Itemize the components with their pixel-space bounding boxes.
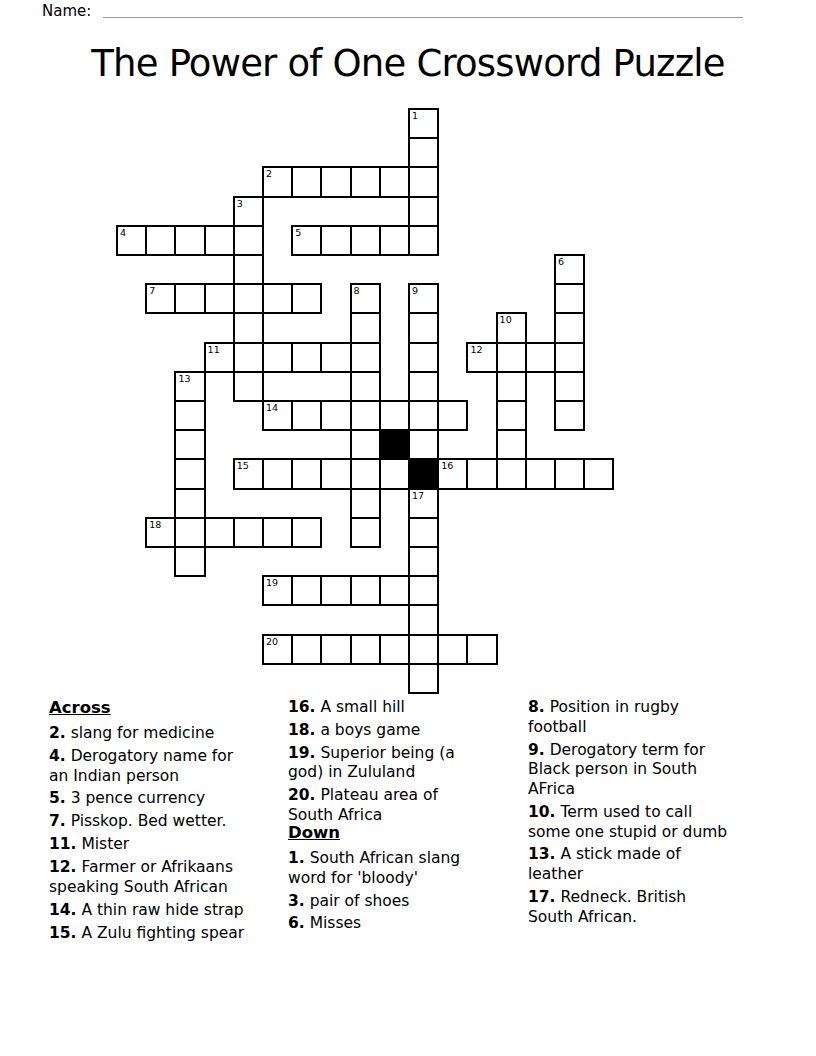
grid-cell[interactable]: [204, 517, 235, 548]
clue-text: Pisskop. Bed wetter.: [71, 812, 227, 830]
clue-number: 11.: [49, 835, 76, 853]
clue-text: Misses: [310, 914, 361, 932]
grid-cell[interactable]: [291, 400, 322, 431]
grid-cell[interactable]: [408, 196, 439, 227]
clue-number: 6.: [288, 914, 305, 932]
grid-cell[interactable]: [350, 634, 381, 665]
cell-number: 12: [470, 344, 482, 356]
grid-cell[interactable]: [291, 634, 322, 665]
clue-number: 1.: [288, 849, 305, 867]
grid-cell[interactable]: [350, 225, 381, 256]
clue-5: 5. 3 pence currency: [49, 789, 289, 809]
grid-cell[interactable]: [379, 166, 410, 197]
clue-text: pair of shoes: [310, 892, 410, 910]
grid-cell[interactable]: 3: [233, 196, 264, 227]
clue-20: 20. Plateau area of South Africa: [288, 786, 516, 825]
cell-number: 13: [178, 373, 190, 385]
grid-cell[interactable]: 9: [408, 283, 439, 314]
clue-text: Farmer or Afrikaans speaking South Afric…: [49, 858, 233, 896]
grid-cell[interactable]: [350, 575, 381, 606]
grid-cell[interactable]: [408, 575, 439, 606]
cell-number: 15: [237, 460, 249, 472]
crossword-grid: 1234567891011121314151617181920: [116, 108, 613, 693]
cell-number: 9: [412, 285, 418, 297]
clue-column-1: Across2. slang for medicine4. Derogatory…: [49, 698, 289, 947]
grid-cell[interactable]: [320, 575, 351, 606]
cell-number: 20: [266, 636, 278, 648]
clue-3: 3. pair of shoes: [288, 892, 516, 912]
cell-number: 17: [412, 490, 424, 502]
clue-text: A thin raw hide strap: [81, 901, 243, 919]
cell-number: 1: [412, 110, 418, 122]
clue-8: 8. Position in rugby football: [528, 698, 778, 737]
cell-number: 19: [266, 577, 278, 589]
grid-cell[interactable]: [379, 634, 410, 665]
clue-number: 8.: [528, 698, 545, 716]
cell-number: 3: [237, 198, 243, 210]
grid-cell[interactable]: [350, 166, 381, 197]
grid-cell[interactable]: [233, 312, 264, 343]
clue-text: Derogatory term for Black person in Sout…: [528, 741, 705, 798]
across-header: Across: [49, 698, 289, 718]
name-blank-line[interactable]: [103, 1, 743, 18]
grid-cell[interactable]: [408, 400, 439, 431]
grid-cell[interactable]: [379, 458, 410, 489]
clue-10: 10. Term used to call some one stupid or…: [528, 803, 778, 842]
grid-cell[interactable]: 20: [262, 634, 293, 665]
grid-cell[interactable]: [233, 283, 264, 314]
clue-column-2: 16. A small hill18. a boys game19. Super…: [288, 698, 516, 937]
grid-cell[interactable]: 19: [262, 575, 293, 606]
cell-number: 6: [558, 256, 564, 268]
grid-cell[interactable]: 4: [116, 225, 147, 256]
clue-7: 7. Pisskop. Bed wetter.: [49, 812, 289, 832]
grid-cell[interactable]: [437, 634, 468, 665]
clue-12: 12. Farmer or Afrikaans speaking South A…: [49, 858, 289, 897]
grid-cell[interactable]: [554, 342, 585, 373]
grid-cell[interactable]: [554, 312, 585, 343]
grid-cell[interactable]: [320, 166, 351, 197]
clue-15: 15. A Zulu fighting spear: [49, 924, 289, 944]
grid-cell[interactable]: [350, 371, 381, 402]
grid-cell[interactable]: [408, 225, 439, 256]
cell-number: 16: [441, 460, 453, 472]
clue-number: 20.: [288, 786, 315, 804]
grid-cell[interactable]: 14: [262, 400, 293, 431]
grid-cell[interactable]: [408, 546, 439, 577]
grid-cell[interactable]: [583, 458, 614, 489]
grid-cell[interactable]: [174, 517, 205, 548]
clue-6: 6. Misses: [288, 914, 516, 934]
grid-cell[interactable]: 18: [145, 517, 176, 548]
grid-cell[interactable]: [174, 225, 205, 256]
clue-number: 12.: [49, 858, 76, 876]
grid-cell[interactable]: [525, 458, 556, 489]
grid-cell[interactable]: [496, 342, 527, 373]
grid-cell[interactable]: [204, 283, 235, 314]
clue-number: 16.: [288, 698, 315, 716]
grid-cell[interactable]: 16: [437, 458, 468, 489]
grid-cell[interactable]: [408, 604, 439, 635]
clue-number: 5.: [49, 789, 66, 807]
clue-18: 18. a boys game: [288, 721, 516, 741]
grid-cell[interactable]: 13: [174, 371, 205, 402]
cell-number: 2: [266, 168, 272, 180]
grid-cell[interactable]: [233, 254, 264, 285]
grid-cell[interactable]: [350, 342, 381, 373]
clue-number: 10.: [528, 803, 555, 821]
grid-cell[interactable]: [525, 342, 556, 373]
cell-number: 10: [500, 314, 512, 326]
grid-cell[interactable]: [291, 517, 322, 548]
clue-14: 14. A thin raw hide strap: [49, 901, 289, 921]
grid-cell[interactable]: [350, 312, 381, 343]
name-label: Name:: [42, 3, 91, 20]
grid-cell[interactable]: [174, 546, 205, 577]
grid-cell[interactable]: [204, 225, 235, 256]
grid-cell[interactable]: [174, 488, 205, 519]
grid-cell[interactable]: [554, 400, 585, 431]
grid-cell[interactable]: [291, 283, 322, 314]
grid-cell[interactable]: [350, 429, 381, 460]
grid-cell[interactable]: 11: [204, 342, 235, 373]
grid-cell-block: [408, 458, 439, 489]
grid-cell[interactable]: [262, 517, 293, 548]
grid-cell[interactable]: [408, 166, 439, 197]
clue-text: 3 pence currency: [71, 789, 206, 807]
grid-cell[interactable]: [554, 283, 585, 314]
grid-cell[interactable]: [350, 488, 381, 519]
grid-cell[interactable]: [174, 458, 205, 489]
grid-cell[interactable]: [320, 458, 351, 489]
grid-cell[interactable]: 5: [291, 225, 322, 256]
clue-number: 18.: [288, 721, 315, 739]
cell-number: 14: [266, 402, 278, 414]
grid-cell[interactable]: [233, 371, 264, 402]
grid-cell[interactable]: [466, 458, 497, 489]
grid-cell[interactable]: [350, 400, 381, 431]
grid-cell[interactable]: [262, 342, 293, 373]
grid-cell-block: [379, 429, 410, 460]
grid-cell[interactable]: [496, 458, 527, 489]
grid-cell[interactable]: 8: [350, 283, 381, 314]
grid-cell[interactable]: [233, 342, 264, 373]
cell-number: 8: [354, 285, 360, 297]
page-title: The Power of One Crossword Puzzle: [0, 42, 816, 86]
clue-number: 9.: [528, 741, 545, 759]
worksheet-page: Name: The Power of One Crossword Puzzle …: [0, 0, 816, 1056]
grid-cell[interactable]: 6: [554, 254, 585, 285]
grid-cell[interactable]: [408, 663, 439, 694]
clue-17: 17. Redneck. British South African.: [528, 888, 778, 927]
grid-cell[interactable]: [408, 634, 439, 665]
cell-number: 11: [208, 344, 220, 356]
grid-cell[interactable]: [496, 371, 527, 402]
grid-cell[interactable]: 17: [408, 488, 439, 519]
clue-number: 13.: [528, 845, 555, 863]
grid-cell[interactable]: [437, 400, 468, 431]
clue-16: 16. A small hill: [288, 698, 516, 718]
grid-cell[interactable]: 15: [233, 458, 264, 489]
grid-cell[interactable]: 10: [496, 312, 527, 343]
grid-cell[interactable]: [233, 517, 264, 548]
grid-cell[interactable]: [262, 458, 293, 489]
grid-cell[interactable]: [291, 342, 322, 373]
grid-cell[interactable]: [379, 575, 410, 606]
grid-cell[interactable]: [408, 371, 439, 402]
clue-text: Mister: [81, 835, 129, 853]
grid-cell[interactable]: [496, 400, 527, 431]
grid-cell[interactable]: [408, 312, 439, 343]
grid-cell[interactable]: 2: [262, 166, 293, 197]
clue-13: 13. A stick made of leather: [528, 845, 778, 884]
clue-number: 19.: [288, 744, 315, 762]
clue-number: 4.: [49, 747, 66, 765]
grid-cell[interactable]: [408, 342, 439, 373]
grid-cell[interactable]: [145, 225, 176, 256]
clue-text: Derogatory name for an Indian person: [49, 747, 233, 785]
clue-number: 17.: [528, 888, 555, 906]
clue-text: A Zulu fighting spear: [81, 924, 244, 942]
clue-number: 7.: [49, 812, 66, 830]
grid-cell[interactable]: [291, 575, 322, 606]
grid-cell[interactable]: [320, 400, 351, 431]
clue-number: 15.: [49, 924, 76, 942]
grid-cell[interactable]: [320, 634, 351, 665]
clue-number: 2.: [49, 724, 66, 742]
clue-4: 4. Derogatory name for an Indian person: [49, 747, 289, 786]
down-header: Down: [288, 823, 516, 843]
grid-cell[interactable]: 1: [408, 108, 439, 139]
cell-number: 18: [149, 519, 161, 531]
clue-11: 11. Mister: [49, 835, 289, 855]
grid-cell[interactable]: [554, 371, 585, 402]
grid-cell[interactable]: [496, 429, 527, 460]
clue-text: a boys game: [320, 721, 420, 739]
grid-cell[interactable]: [350, 517, 381, 548]
grid-cell[interactable]: [174, 429, 205, 460]
clue-text: South African slang word for 'bloody': [288, 849, 460, 887]
grid-cell[interactable]: [291, 166, 322, 197]
clue-19: 19. Superior being (a god) in Zululand: [288, 744, 516, 783]
grid-cell[interactable]: [408, 137, 439, 168]
cell-number: 5: [295, 227, 301, 239]
grid-cell[interactable]: [554, 458, 585, 489]
grid-cell[interactable]: [174, 283, 205, 314]
clue-2: 2. slang for medicine: [49, 724, 289, 744]
clue-text: slang for medicine: [71, 724, 215, 742]
grid-cell[interactable]: [291, 458, 322, 489]
clue-text: A small hill: [320, 698, 405, 716]
clue-number: 14.: [49, 901, 76, 919]
clue-text: Term used to call some one stupid or dum…: [528, 803, 727, 841]
grid-cell[interactable]: [233, 225, 264, 256]
clue-column-3: 8. Position in rugby football9. Derogato…: [528, 698, 778, 931]
grid-cell[interactable]: 12: [466, 342, 497, 373]
grid-cell[interactable]: [350, 458, 381, 489]
grid-cell[interactable]: [408, 517, 439, 548]
grid-cell[interactable]: [320, 342, 351, 373]
clue-number: 3.: [288, 892, 305, 910]
grid-cell[interactable]: [262, 283, 293, 314]
grid-cell[interactable]: [379, 400, 410, 431]
cell-number: 7: [149, 285, 155, 297]
grid-cell[interactable]: [408, 429, 439, 460]
grid-cell[interactable]: [466, 634, 497, 665]
clue-text: Position in rugby football: [528, 698, 679, 736]
cell-number: 4: [120, 227, 126, 239]
grid-cell[interactable]: [379, 225, 410, 256]
grid-cell[interactable]: [320, 225, 351, 256]
clue-9: 9. Derogatory term for Black person in S…: [528, 741, 778, 800]
clue-1: 1. South African slang word for 'bloody': [288, 849, 516, 888]
grid-cell[interactable]: 7: [145, 283, 176, 314]
grid-cell[interactable]: [174, 400, 205, 431]
